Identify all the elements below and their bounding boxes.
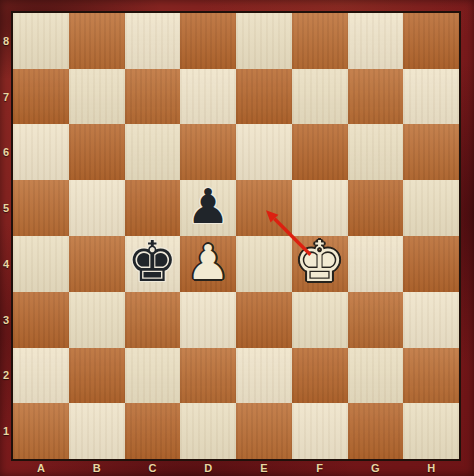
square-e6[interactable]: [236, 124, 292, 180]
square-c1[interactable]: [125, 403, 181, 459]
square-b7[interactable]: [69, 69, 125, 125]
square-h1[interactable]: [403, 403, 459, 459]
square-a1[interactable]: [13, 403, 69, 459]
square-c2[interactable]: [125, 348, 181, 404]
file-labels: ABCDEFGH: [13, 460, 459, 476]
square-e8[interactable]: [236, 13, 292, 69]
square-d7[interactable]: [180, 69, 236, 125]
board-frame: 87654321 ABCDEFGH ♟♚♟♚: [0, 0, 474, 476]
square-b6[interactable]: [69, 124, 125, 180]
square-h4[interactable]: [403, 236, 459, 292]
square-h8[interactable]: [403, 13, 459, 69]
square-c4[interactable]: ♚: [125, 236, 181, 292]
file-label-h: H: [403, 460, 459, 476]
square-e4[interactable]: [236, 236, 292, 292]
square-a7[interactable]: [13, 69, 69, 125]
square-c8[interactable]: [125, 13, 181, 69]
piece-white-pawn[interactable]: ♟: [187, 238, 230, 286]
square-f6[interactable]: [292, 124, 348, 180]
square-a4[interactable]: [13, 236, 69, 292]
square-d4[interactable]: ♟: [180, 236, 236, 292]
square-c3[interactable]: [125, 292, 181, 348]
square-g2[interactable]: [348, 348, 404, 404]
square-c5[interactable]: [125, 180, 181, 236]
file-label-f: F: [292, 460, 348, 476]
square-g1[interactable]: [348, 403, 404, 459]
square-d8[interactable]: [180, 13, 236, 69]
square-g3[interactable]: [348, 292, 404, 348]
file-label-d: D: [180, 460, 236, 476]
chess-board: ♟♚♟♚: [11, 11, 461, 461]
file-label-e: E: [236, 460, 292, 476]
piece-black-pawn[interactable]: ♟: [187, 182, 230, 230]
square-b3[interactable]: [69, 292, 125, 348]
square-g6[interactable]: [348, 124, 404, 180]
square-h5[interactable]: [403, 180, 459, 236]
square-d5[interactable]: ♟: [180, 180, 236, 236]
piece-black-king[interactable]: ♚: [127, 234, 177, 290]
square-b8[interactable]: [69, 13, 125, 69]
square-c7[interactable]: [125, 69, 181, 125]
square-d6[interactable]: [180, 124, 236, 180]
square-e2[interactable]: [236, 348, 292, 404]
square-b5[interactable]: [69, 180, 125, 236]
square-b2[interactable]: [69, 348, 125, 404]
square-a5[interactable]: [13, 180, 69, 236]
square-f4[interactable]: ♚: [292, 236, 348, 292]
square-c6[interactable]: [125, 124, 181, 180]
square-g8[interactable]: [348, 13, 404, 69]
square-h3[interactable]: [403, 292, 459, 348]
square-d2[interactable]: [180, 348, 236, 404]
square-b1[interactable]: [69, 403, 125, 459]
square-f8[interactable]: [292, 13, 348, 69]
square-h7[interactable]: [403, 69, 459, 125]
square-e5[interactable]: [236, 180, 292, 236]
square-f5[interactable]: [292, 180, 348, 236]
square-b4[interactable]: [69, 236, 125, 292]
square-g4[interactable]: [348, 236, 404, 292]
square-e3[interactable]: [236, 292, 292, 348]
square-a6[interactable]: [13, 124, 69, 180]
square-d1[interactable]: [180, 403, 236, 459]
square-a2[interactable]: [13, 348, 69, 404]
square-f3[interactable]: [292, 292, 348, 348]
file-label-b: B: [69, 460, 125, 476]
square-e7[interactable]: [236, 69, 292, 125]
square-e1[interactable]: [236, 403, 292, 459]
file-label-c: C: [125, 460, 181, 476]
square-f7[interactable]: [292, 69, 348, 125]
file-label-a: A: [13, 460, 69, 476]
square-h2[interactable]: [403, 348, 459, 404]
square-a8[interactable]: [13, 13, 69, 69]
square-d3[interactable]: [180, 292, 236, 348]
file-label-g: G: [348, 460, 404, 476]
square-a3[interactable]: [13, 292, 69, 348]
square-f2[interactable]: [292, 348, 348, 404]
piece-white-king[interactable]: ♚: [295, 234, 345, 290]
square-f1[interactable]: [292, 403, 348, 459]
square-g7[interactable]: [348, 69, 404, 125]
square-g5[interactable]: [348, 180, 404, 236]
square-h6[interactable]: [403, 124, 459, 180]
